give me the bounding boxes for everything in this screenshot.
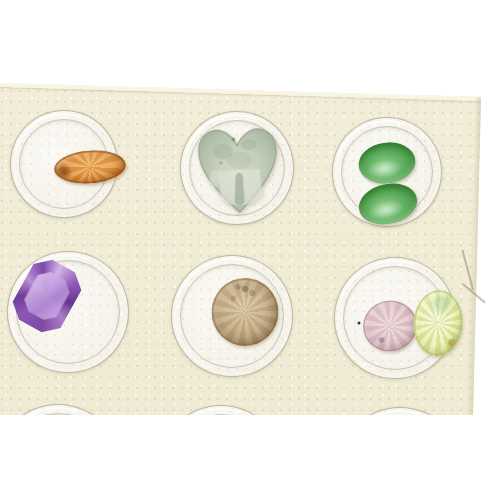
gem-green-heart: [191, 118, 284, 217]
gem-jar-r3c3: [337, 407, 463, 500]
heart-gem-graphic: [191, 118, 284, 217]
gem-jar-r3c1: [0, 404, 121, 500]
foam-tray: [0, 0, 500, 500]
gem-jar-r3c2: [158, 405, 284, 500]
gem-champagne-round: [212, 278, 279, 346]
foam-top-edge: [0, 81, 500, 102]
gem-tray-photo: [0, 0, 500, 500]
foam-right-edge: [466, 95, 484, 417]
gem-speck: [358, 322, 361, 325]
